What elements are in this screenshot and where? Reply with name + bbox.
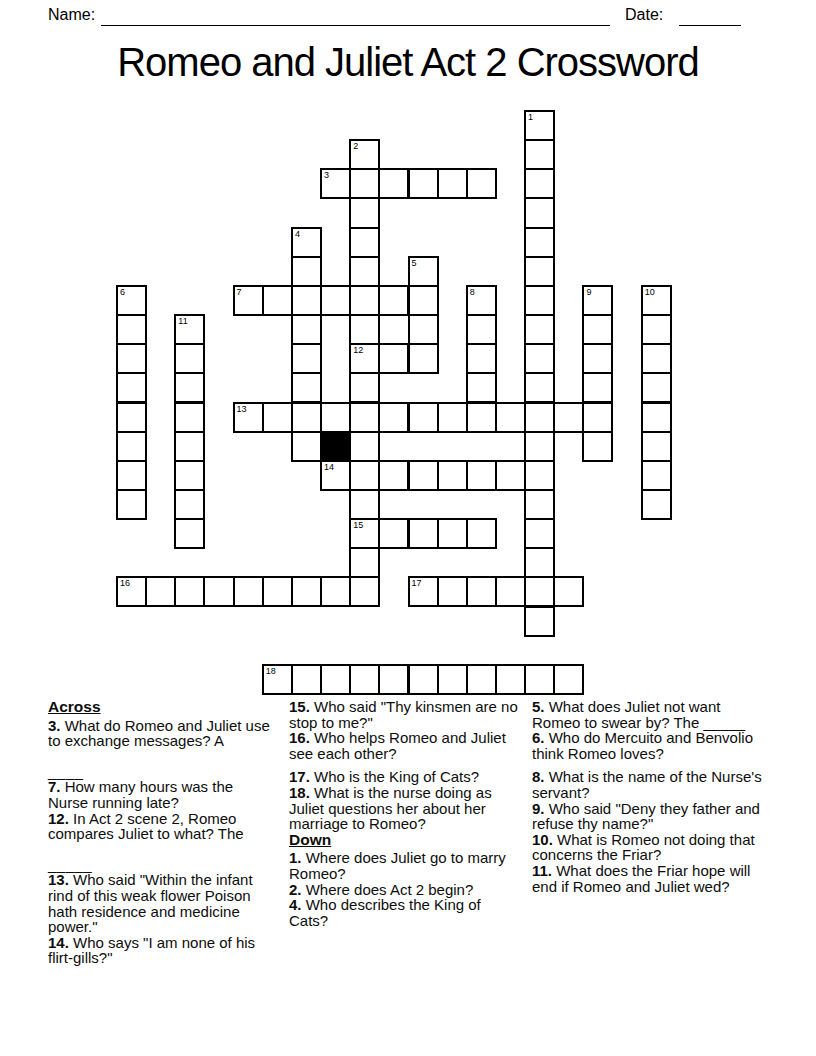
grid-cell[interactable]	[349, 197, 380, 228]
grid-cell[interactable]	[553, 576, 584, 607]
grid-cell[interactable]	[174, 576, 205, 607]
grid-cell[interactable]	[291, 343, 322, 374]
grid-cell[interactable]	[378, 402, 409, 433]
grid-cell[interactable]	[174, 343, 205, 374]
grid-cell[interactable]	[116, 431, 147, 462]
grid-cell[interactable]	[437, 168, 468, 199]
grid-cell[interactable]	[349, 460, 380, 491]
clue-number: 18	[266, 666, 276, 676]
crossword-grid: 123456789101112131415161718	[116, 110, 700, 694]
grid-cell[interactable]	[349, 664, 380, 695]
clue-number-label: 11.	[532, 862, 556, 879]
clue-number: 14	[324, 462, 334, 472]
clue-number-label: 1.	[289, 849, 306, 866]
grid-cell[interactable]	[378, 518, 409, 549]
grid-cell[interactable]	[174, 402, 205, 433]
clue-number-label: 5.	[532, 698, 549, 715]
grid-cell[interactable]	[641, 460, 672, 491]
clue-14: 14. Who says "I am none of his flirt-gil…	[48, 935, 274, 966]
grid-cell[interactable]	[524, 402, 555, 433]
grid-cell[interactable]	[349, 168, 380, 199]
clue-number: 1	[528, 112, 533, 122]
clue-number-label: 12.	[48, 810, 73, 827]
grid-cell[interactable]: 7	[233, 285, 264, 316]
clue-15: 15. Who said "Thy kinsmen are no stop to…	[289, 699, 521, 730]
grid-cell[interactable]	[524, 227, 555, 258]
clue-2: 2. Where does Act 2 begin?	[289, 882, 521, 898]
grid-cell[interactable]	[466, 314, 497, 345]
grid-cell[interactable]	[349, 547, 380, 578]
clue-number-label: 2.	[289, 881, 306, 898]
clue-13: 13. Who said "Within the infant rind of …	[48, 872, 274, 934]
grid-cell[interactable]	[524, 489, 555, 520]
clue-1: 1. Where does Juliet go to marry Romeo?	[289, 850, 521, 881]
clue-3: 3. What do Romeo and Juliet use to excha…	[48, 718, 274, 749]
grid-cell[interactable]	[116, 372, 147, 403]
grid-cell[interactable]	[466, 518, 497, 549]
grid-cell[interactable]	[641, 431, 672, 462]
grid-cell[interactable]: 5	[408, 256, 439, 287]
grid-cell[interactable]: 1	[524, 110, 555, 141]
grid-cell[interactable]	[466, 460, 497, 491]
grid-cell[interactable]	[437, 402, 468, 433]
clue-number-label: 6.	[532, 729, 549, 746]
answer-blank-line: ____	[48, 764, 274, 780]
grid-cell[interactable]	[495, 664, 526, 695]
clue-16: 16. Who helps Romeo and Juliet see each …	[289, 730, 521, 761]
grid-cell[interactable]	[291, 314, 322, 345]
clue-12: 12. In Act 2 scene 2, Romeo compares Jul…	[48, 811, 274, 842]
grid-cell[interactable]	[408, 460, 439, 491]
grid-cell[interactable]	[349, 431, 380, 462]
grid-cell[interactable]	[291, 402, 322, 433]
clues-heading-across: Across	[48, 699, 274, 715]
grid-cell[interactable]	[233, 576, 264, 607]
clue-6: 6. Who do Mercuito and Benvolio think Ro…	[532, 730, 762, 761]
clue-number-label: 3.	[48, 717, 65, 734]
grid-cell[interactable]	[553, 664, 584, 695]
grid-cell[interactable]	[349, 489, 380, 520]
grid-cell[interactable]: 15	[349, 518, 380, 549]
grid-cell[interactable]	[524, 168, 555, 199]
grid-cell[interactable]	[641, 489, 672, 520]
clue-number: 16	[120, 578, 130, 588]
grid-cell[interactable]: 12	[349, 343, 380, 374]
grid-cell[interactable]	[349, 372, 380, 403]
clue-number-label: 10.	[532, 831, 557, 848]
clue-number: 8	[470, 287, 475, 297]
grid-cell[interactable]	[408, 285, 439, 316]
grid-cell[interactable]	[524, 576, 555, 607]
grid-cell[interactable]	[174, 460, 205, 491]
grid-cell[interactable]	[349, 402, 380, 433]
grid-cell[interactable]	[174, 431, 205, 462]
grid-cell[interactable]: 9	[582, 285, 613, 316]
grid-cell[interactable]	[320, 285, 351, 316]
clue-number-label: 18.	[289, 784, 314, 801]
grid-cell[interactable]: 11	[174, 314, 205, 345]
grid-cell[interactable]	[116, 489, 147, 520]
grid-cell[interactable]	[466, 372, 497, 403]
date-label: Date:	[625, 6, 663, 24]
grid-cell[interactable]: 18	[262, 664, 293, 695]
grid-cell[interactable]	[291, 285, 322, 316]
grid-cell[interactable]	[524, 256, 555, 287]
clue-number: 11	[178, 316, 187, 326]
clue-number-label: 4.	[289, 896, 306, 913]
grid-cell[interactable]	[466, 576, 497, 607]
name-label: Name:	[48, 6, 95, 24]
grid-cell[interactable]	[291, 256, 322, 287]
black-cell	[320, 431, 351, 462]
grid-cell[interactable]	[466, 664, 497, 695]
grid-cell[interactable]: 16	[116, 576, 147, 607]
clue-9: 9. Who said "Deny they father and refuse…	[532, 801, 762, 832]
grid-cell[interactable]	[408, 343, 439, 374]
grid-cell[interactable]: 17	[408, 576, 439, 607]
grid-cell[interactable]	[291, 431, 322, 462]
clue-column-middle: 15. Who said "Thy kinsmen are no stop to…	[289, 699, 521, 928]
grid-cell[interactable]	[378, 460, 409, 491]
grid-cell[interactable]	[524, 197, 555, 228]
grid-cell[interactable]	[582, 402, 613, 433]
clue-number: 7	[237, 287, 242, 297]
grid-cell[interactable]	[641, 343, 672, 374]
grid-cell[interactable]: 10	[641, 285, 672, 316]
clue-number-label: 9.	[532, 800, 549, 817]
name-input-line[interactable]	[101, 6, 610, 26]
clue-number: 12	[353, 345, 363, 355]
clue-number: 15	[353, 520, 363, 530]
grid-cell[interactable]	[320, 664, 351, 695]
grid-cell[interactable]	[524, 314, 555, 345]
grid-cell[interactable]	[437, 664, 468, 695]
grid-cell[interactable]	[320, 402, 351, 433]
clue-18: 18. What is the nurse doing as Juliet qu…	[289, 785, 521, 832]
grid-cell[interactable]	[641, 314, 672, 345]
grid-cell[interactable]	[524, 606, 555, 637]
grid-cell[interactable]	[349, 285, 380, 316]
grid-cell[interactable]	[495, 576, 526, 607]
grid-cell[interactable]	[116, 343, 147, 374]
clue-10: 10. What is Romeo not doing that concern…	[532, 832, 762, 863]
grid-cell[interactable]	[582, 314, 613, 345]
grid-cell[interactable]	[582, 343, 613, 374]
clue-number-label: 13.	[48, 871, 73, 888]
clue-number: 10	[645, 287, 655, 297]
grid-cell[interactable]	[553, 402, 584, 433]
clue-number: 9	[586, 287, 591, 297]
grid-cell[interactable]	[320, 576, 351, 607]
answer-blank-line: _____	[48, 857, 274, 873]
grid-cell[interactable]	[116, 314, 147, 345]
clue-number-label: 14.	[48, 934, 73, 951]
grid-cell[interactable]	[495, 402, 526, 433]
grid-cell[interactable]	[524, 664, 555, 695]
grid-cell[interactable]	[466, 168, 497, 199]
grid-cell[interactable]	[378, 343, 409, 374]
grid-cell[interactable]	[291, 372, 322, 403]
grid-cell[interactable]	[437, 518, 468, 549]
grid-cell[interactable]	[349, 314, 380, 345]
grid-cell[interactable]	[524, 431, 555, 462]
grid-cell[interactable]	[495, 460, 526, 491]
grid-cell[interactable]: 3	[320, 168, 351, 199]
grid-cell[interactable]: 2	[349, 139, 380, 170]
grid-cell[interactable]	[174, 372, 205, 403]
clue-number-label: 16.	[289, 729, 314, 746]
grid-cell[interactable]	[262, 285, 293, 316]
clue-17: 17. Who is the King of Cats?	[289, 769, 521, 785]
clue-8: 8. What is the name of the Nurse's serva…	[532, 769, 762, 800]
grid-cell[interactable]	[291, 576, 322, 607]
grid-cell[interactable]	[116, 402, 147, 433]
clue-number: 2	[353, 141, 358, 151]
grid-cell[interactable]	[378, 664, 409, 695]
grid-cell[interactable]	[291, 664, 322, 695]
page-title: Romeo and Juliet Act 2 Crossword	[0, 40, 816, 85]
clue-column-down: 5. What does Juliet not want Romeo to sw…	[532, 699, 762, 894]
clues-heading-down: Down	[289, 832, 521, 848]
clue-11: 11. What does the Friar hope will end if…	[532, 863, 762, 894]
grid-cell[interactable]: 4	[291, 227, 322, 258]
grid-cell[interactable]	[349, 256, 380, 287]
grid-cell[interactable]	[408, 518, 439, 549]
grid-cell[interactable]	[524, 343, 555, 374]
grid-cell[interactable]	[174, 518, 205, 549]
grid-cell[interactable]	[408, 314, 439, 345]
grid-cell[interactable]	[378, 285, 409, 316]
clue-number: 6	[120, 287, 125, 297]
grid-cell[interactable]	[582, 431, 613, 462]
grid-cell[interactable]	[203, 576, 234, 607]
grid-cell[interactable]	[378, 168, 409, 199]
grid-cell[interactable]	[408, 664, 439, 695]
grid-cell[interactable]	[524, 547, 555, 578]
grid-cell[interactable]	[524, 518, 555, 549]
grid-cell[interactable]: 6	[116, 285, 147, 316]
grid-cell[interactable]	[116, 460, 147, 491]
grid-cell[interactable]	[174, 489, 205, 520]
clue-4: 4. Who describes the King of Cats?	[289, 897, 521, 928]
grid-cell[interactable]: 8	[466, 285, 497, 316]
clue-number: 4	[295, 229, 300, 239]
grid-cell[interactable]: 13	[233, 402, 264, 433]
clue-number-label: 15.	[289, 698, 314, 715]
grid-cell[interactable]	[349, 227, 380, 258]
grid-cell[interactable]	[524, 139, 555, 170]
clue-column-across: Across3. What do Romeo and Juliet use to…	[48, 699, 274, 966]
clue-7: 7. How many hours was the Nurse running …	[48, 779, 274, 810]
grid-cell[interactable]	[524, 285, 555, 316]
grid-cell[interactable]	[466, 402, 497, 433]
clue-number: 3	[324, 170, 329, 180]
clue-number-label: 7.	[48, 778, 65, 795]
grid-cell[interactable]	[641, 372, 672, 403]
clue-5: 5. What does Juliet not want Romeo to sw…	[532, 699, 762, 730]
grid-cell[interactable]: 14	[320, 460, 351, 491]
clue-number-label: 8.	[532, 768, 549, 785]
grid-cell[interactable]	[262, 402, 293, 433]
date-input-line[interactable]	[679, 6, 741, 26]
grid-cell[interactable]	[641, 402, 672, 433]
grid-cell[interactable]	[145, 576, 176, 607]
grid-cell[interactable]	[466, 343, 497, 374]
grid-cell[interactable]	[524, 372, 555, 403]
grid-cell[interactable]	[524, 460, 555, 491]
clue-number-label: 17.	[289, 768, 314, 785]
grid-cell[interactable]	[262, 576, 293, 607]
worksheet-page: Name: Date: Romeo and Juliet Act 2 Cross…	[0, 0, 816, 1056]
grid-cell[interactable]	[408, 168, 439, 199]
clue-number: 17	[412, 578, 422, 588]
clue-number: 13	[237, 404, 247, 414]
clue-number: 5	[412, 258, 417, 268]
grid-cell[interactable]	[408, 402, 439, 433]
grid-cell[interactable]	[437, 576, 468, 607]
grid-cell[interactable]	[349, 576, 380, 607]
grid-cell[interactable]	[582, 372, 613, 403]
grid-cell[interactable]	[437, 460, 468, 491]
